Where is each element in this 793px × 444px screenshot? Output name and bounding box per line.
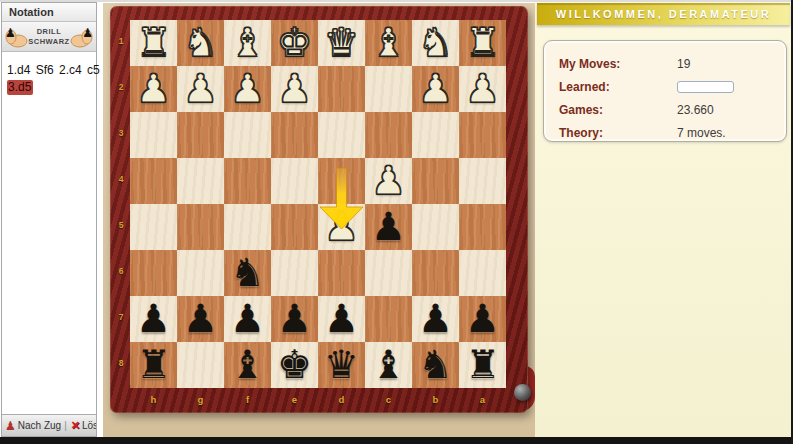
window-bottom-edge <box>0 437 793 444</box>
square-g6[interactable] <box>177 250 224 296</box>
file-label-d: d <box>318 394 365 405</box>
board-corner-knob <box>514 384 531 401</box>
notation-panel-title: Notation <box>2 3 96 22</box>
svg-text:♟: ♟ <box>5 26 16 40</box>
piece-white-knight[interactable]: ♞ <box>412 20 459 66</box>
file-label-e: e <box>271 394 318 405</box>
square-a5[interactable] <box>459 204 506 250</box>
square-a2[interactable]: ♟ <box>459 66 506 112</box>
square-h4[interactable] <box>130 158 177 204</box>
piece-black-pawn[interactable]: ♟ <box>412 296 459 342</box>
square-b3[interactable] <box>412 112 459 158</box>
square-f4[interactable] <box>224 158 271 204</box>
stat-label: Theory: <box>559 126 677 140</box>
rank-label-6: 6 <box>115 266 127 276</box>
after-move-pawn-icon: ♟ <box>5 420 16 432</box>
piece-black-pawn[interactable]: ♟ <box>271 296 318 342</box>
welcome-panel: WILLKOMMEN, DERAMATEUR My Moves: 19 Lear… <box>535 0 791 437</box>
drill-header: ♟ DRILL SCHWARZ ♟ <box>2 22 96 52</box>
square-h2[interactable]: ♟ <box>130 66 177 112</box>
square-d6[interactable] <box>318 250 365 296</box>
square-e1[interactable]: ♚ <box>271 20 318 66</box>
square-c1[interactable]: ♝ <box>365 20 412 66</box>
piece-white-pawn[interactable]: ♟ <box>177 66 224 112</box>
square-b5[interactable] <box>412 204 459 250</box>
piece-white-bishop[interactable]: ♝ <box>224 20 271 66</box>
square-g8[interactable] <box>177 342 224 388</box>
piece-white-pawn[interactable]: ♟ <box>130 66 177 112</box>
square-h8[interactable]: ♜ <box>130 342 177 388</box>
stats-box: My Moves: 19 Learned: Games: 23.660 Theo… <box>543 40 787 142</box>
rank-label-7: 7 <box>115 312 127 322</box>
square-e6[interactable] <box>271 250 318 296</box>
piece-black-pawn[interactable]: ♟ <box>130 296 177 342</box>
drill-arm-icon: ♟ <box>70 26 94 48</box>
piece-black-pawn[interactable]: ♟ <box>365 204 412 250</box>
stat-label: My Moves: <box>559 57 677 71</box>
square-a3[interactable] <box>459 112 506 158</box>
square-c5[interactable]: ♟ <box>365 204 412 250</box>
piece-black-bishop[interactable]: ♝ <box>365 342 412 388</box>
square-d3[interactable] <box>318 112 365 158</box>
piece-black-rook[interactable]: ♜ <box>130 342 177 388</box>
square-c8[interactable]: ♝ <box>365 342 412 388</box>
square-f6[interactable]: ♞ <box>224 250 271 296</box>
chess-board: ♜♞♝♚♛♝♞♜♟♟♟♟♟♟♟♟♟♞♟♟♟♟♟♟♟♜♝♚♛♝♞♜ 1234567… <box>110 6 528 413</box>
piece-white-pawn[interactable]: ♟ <box>365 158 412 204</box>
welcome-header: WILLKOMMEN, DERAMATEUR <box>537 3 790 25</box>
stat-value: 23.660 <box>677 103 714 117</box>
piece-black-knight[interactable]: ♞ <box>224 250 271 296</box>
square-c2[interactable] <box>365 66 412 112</box>
footer-divider: | <box>64 420 67 431</box>
square-f7[interactable]: ♟ <box>224 296 271 342</box>
square-c7[interactable] <box>365 296 412 342</box>
piece-black-rook[interactable]: ♜ <box>459 342 506 388</box>
delete-button[interactable]: Löschen <box>82 420 96 431</box>
piece-white-rook[interactable]: ♜ <box>130 20 177 66</box>
square-e8[interactable]: ♚ <box>271 342 318 388</box>
piece-white-bishop[interactable]: ♝ <box>365 20 412 66</box>
square-g7[interactable]: ♟ <box>177 296 224 342</box>
piece-white-pawn[interactable]: ♟ <box>318 204 365 250</box>
square-f3[interactable] <box>224 112 271 158</box>
piece-white-pawn[interactable]: ♟ <box>224 66 271 112</box>
square-d5[interactable]: ♟ <box>318 204 365 250</box>
square-a1[interactable]: ♜ <box>459 20 506 66</box>
learned-progress-bar <box>677 81 734 93</box>
square-b4[interactable] <box>412 158 459 204</box>
piece-white-knight[interactable]: ♞ <box>177 20 224 66</box>
piece-white-rook[interactable]: ♜ <box>459 20 506 66</box>
square-f1[interactable]: ♝ <box>224 20 271 66</box>
board-squares: ♜♞♝♚♛♝♞♜♟♟♟♟♟♟♟♟♟♞♟♟♟♟♟♟♟♜♝♚♛♝♞♜ <box>130 20 506 388</box>
delete-x-icon: ✕ <box>71 419 80 432</box>
stat-row-games: Games: 23.660 <box>559 98 786 121</box>
square-b6[interactable] <box>412 250 459 296</box>
square-e5[interactable] <box>271 204 318 250</box>
square-d1[interactable]: ♛ <box>318 20 365 66</box>
square-a7[interactable]: ♟ <box>459 296 506 342</box>
square-d2[interactable] <box>318 66 365 112</box>
square-h7[interactable]: ♟ <box>130 296 177 342</box>
svg-text:♟: ♟ <box>82 26 93 40</box>
square-a4[interactable] <box>459 158 506 204</box>
notation-panel: Notation ♟ DRILL SCHWARZ ♟ 1.d4 Sf6 2.c4… <box>1 2 97 437</box>
square-e3[interactable] <box>271 112 318 158</box>
square-d7[interactable]: ♟ <box>318 296 365 342</box>
square-b2[interactable]: ♟ <box>412 66 459 112</box>
file-label-f: f <box>224 394 271 405</box>
move-list: 1.d4 Sf6 2.c4 c5 3.d5 <box>2 52 96 95</box>
square-e2[interactable]: ♟ <box>271 66 318 112</box>
stat-label: Games: <box>559 103 677 117</box>
rank-label-8: 8 <box>115 358 127 368</box>
square-h3[interactable] <box>130 112 177 158</box>
stat-row-learned: Learned: <box>559 75 786 98</box>
rank-label-2: 2 <box>115 82 127 92</box>
window-top-edge <box>0 0 793 2</box>
piece-white-queen[interactable]: ♛ <box>318 20 365 66</box>
piece-black-king[interactable]: ♚ <box>271 342 318 388</box>
piece-black-queen[interactable]: ♛ <box>318 342 365 388</box>
square-c4[interactable]: ♟ <box>365 158 412 204</box>
square-h1[interactable]: ♜ <box>130 20 177 66</box>
square-e7[interactable]: ♟ <box>271 296 318 342</box>
piece-white-pawn[interactable]: ♟ <box>271 66 318 112</box>
after-move-button[interactable]: Nach Zug <box>18 420 61 431</box>
square-d8[interactable]: ♛ <box>318 342 365 388</box>
piece-black-pawn[interactable]: ♟ <box>224 296 271 342</box>
rank-label-4: 4 <box>115 174 127 184</box>
file-label-c: c <box>365 394 412 405</box>
square-h6[interactable] <box>130 250 177 296</box>
move-line[interactable]: 1.d4 Sf6 2.c4 c5 <box>7 63 93 77</box>
piece-black-knight[interactable]: ♞ <box>412 342 459 388</box>
stat-value: 19 <box>677 57 690 71</box>
square-f8[interactable]: ♝ <box>224 342 271 388</box>
stat-row-my-moves: My Moves: 19 <box>559 52 786 75</box>
piece-black-bishop[interactable]: ♝ <box>224 342 271 388</box>
square-g4[interactable] <box>177 158 224 204</box>
file-label-b: b <box>412 394 459 405</box>
square-f5[interactable] <box>224 204 271 250</box>
stat-row-theory: Theory: 7 moves. <box>559 121 786 144</box>
file-label-a: a <box>459 394 506 405</box>
square-g1[interactable]: ♞ <box>177 20 224 66</box>
piece-black-pawn[interactable]: ♟ <box>459 296 506 342</box>
piece-white-king[interactable]: ♚ <box>271 20 318 66</box>
stat-value: 7 moves. <box>677 126 726 140</box>
square-b7[interactable]: ♟ <box>412 296 459 342</box>
square-f2[interactable]: ♟ <box>224 66 271 112</box>
square-a6[interactable] <box>459 250 506 296</box>
file-label-h: h <box>130 394 177 405</box>
piece-white-pawn[interactable]: ♟ <box>412 66 459 112</box>
rank-label-5: 5 <box>115 220 127 230</box>
rank-label-3: 3 <box>115 128 127 138</box>
rank-label-1: 1 <box>115 36 127 46</box>
square-d4[interactable] <box>318 158 365 204</box>
file-label-g: g <box>177 394 224 405</box>
square-g3[interactable] <box>177 112 224 158</box>
square-h5[interactable] <box>130 204 177 250</box>
notation-footer-bar: ♟ Nach Zug | ✕ Löschen <box>2 414 96 436</box>
piece-black-pawn[interactable]: ♟ <box>318 296 365 342</box>
square-b1[interactable]: ♞ <box>412 20 459 66</box>
drill-arm-icon: ♟ <box>4 26 28 48</box>
square-e4[interactable] <box>271 158 318 204</box>
piece-white-pawn[interactable]: ♟ <box>459 66 506 112</box>
drill-label: DRILL SCHWARZ <box>28 27 70 47</box>
square-g5[interactable] <box>177 204 224 250</box>
square-a8[interactable]: ♜ <box>459 342 506 388</box>
stat-label: Learned: <box>559 80 677 94</box>
square-g2[interactable]: ♟ <box>177 66 224 112</box>
square-c6[interactable] <box>365 250 412 296</box>
piece-black-pawn[interactable]: ♟ <box>177 296 224 342</box>
square-b8[interactable]: ♞ <box>412 342 459 388</box>
current-move-highlight[interactable]: 3.d5 <box>7 80 33 95</box>
square-c3[interactable] <box>365 112 412 158</box>
